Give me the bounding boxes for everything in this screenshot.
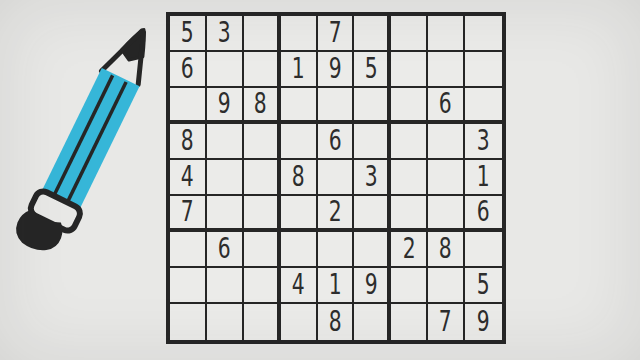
cell-r3c1[interactable] <box>170 88 207 124</box>
cell-r4c1[interactable]: 8 <box>170 124 207 160</box>
cell-r6c5[interactable]: 2 <box>318 196 355 232</box>
cell-r6c3[interactable] <box>244 196 281 232</box>
given-digit: 5 <box>364 54 377 85</box>
cell-r7c5[interactable] <box>318 232 355 268</box>
cell-r5c6[interactable]: 3 <box>354 160 391 196</box>
cell-r7c9[interactable] <box>465 232 502 268</box>
cell-r9c8[interactable]: 7 <box>428 304 465 340</box>
given-digit: 6 <box>477 197 490 228</box>
cell-r9c7[interactable] <box>391 304 428 340</box>
given-digit: 7 <box>181 197 194 228</box>
cell-r3c6[interactable] <box>354 88 391 124</box>
cell-r2c1[interactable]: 6 <box>170 52 207 88</box>
given-digit: 9 <box>477 307 490 338</box>
given-digit: 9 <box>329 54 342 85</box>
given-digit: 4 <box>292 270 305 301</box>
cell-r5c4[interactable]: 8 <box>281 160 318 196</box>
cell-r5c7[interactable] <box>391 160 428 196</box>
cell-r3c7[interactable] <box>391 88 428 124</box>
cell-r1c5[interactable]: 7 <box>318 16 355 52</box>
cell-r9c6[interactable] <box>354 304 391 340</box>
cell-r4c6[interactable] <box>354 124 391 160</box>
cell-r8c8[interactable] <box>428 268 465 304</box>
cell-r5c8[interactable] <box>428 160 465 196</box>
given-digit: 4 <box>181 162 194 193</box>
cell-r1c1[interactable]: 5 <box>170 16 207 52</box>
cell-r5c3[interactable] <box>244 160 281 196</box>
cell-r1c2[interactable]: 3 <box>207 16 244 52</box>
cell-r5c1[interactable]: 4 <box>170 160 207 196</box>
cell-r7c4[interactable] <box>281 232 318 268</box>
pencil-tip-icon <box>119 25 154 65</box>
given-digit: 9 <box>218 89 231 120</box>
cell-r9c3[interactable] <box>244 304 281 340</box>
cell-r5c9[interactable]: 1 <box>465 160 502 196</box>
cell-r3c8[interactable]: 6 <box>428 88 465 124</box>
cell-r4c7[interactable] <box>391 124 428 160</box>
given-digit: 7 <box>329 18 342 49</box>
cell-r2c6[interactable]: 5 <box>354 52 391 88</box>
cell-r9c5[interactable]: 8 <box>318 304 355 340</box>
cell-r9c4[interactable] <box>281 304 318 340</box>
given-digit: 5 <box>181 18 194 49</box>
cell-r5c5[interactable] <box>318 160 355 196</box>
canvas: 537619598686348317266284195879 <box>0 0 640 360</box>
cell-r4c3[interactable] <box>244 124 281 160</box>
cell-r4c8[interactable] <box>428 124 465 160</box>
cell-r1c8[interactable] <box>428 16 465 52</box>
cell-r9c9[interactable]: 9 <box>465 304 502 340</box>
given-digit: 1 <box>329 270 342 301</box>
cell-r1c7[interactable] <box>391 16 428 52</box>
cell-r1c3[interactable] <box>244 16 281 52</box>
given-digit: 9 <box>364 270 377 301</box>
cell-r8c6[interactable]: 9 <box>354 268 391 304</box>
cell-r1c9[interactable] <box>465 16 502 52</box>
given-digit: 8 <box>181 126 194 157</box>
given-digit: 6 <box>439 89 452 120</box>
cell-r8c9[interactable]: 5 <box>465 268 502 304</box>
given-digit: 6 <box>181 54 194 85</box>
cell-r3c2[interactable]: 9 <box>207 88 244 124</box>
cell-r3c5[interactable] <box>318 88 355 124</box>
cell-r6c6[interactable] <box>354 196 391 232</box>
cell-r7c6[interactable] <box>354 232 391 268</box>
cell-r3c9[interactable] <box>465 88 502 124</box>
cell-r6c9[interactable]: 6 <box>465 196 502 232</box>
cell-r7c7[interactable]: 2 <box>391 232 428 268</box>
given-digit: 6 <box>218 234 231 265</box>
cell-r8c2[interactable] <box>207 268 244 304</box>
pencil-icon <box>3 11 176 268</box>
given-digit: 3 <box>218 18 231 49</box>
given-digit: 8 <box>254 89 267 120</box>
cell-r4c5[interactable]: 6 <box>318 124 355 160</box>
given-digit: 1 <box>477 162 490 193</box>
given-digit: 8 <box>329 307 342 338</box>
cell-r2c4[interactable]: 1 <box>281 52 318 88</box>
sudoku-board: 537619598686348317266284195879 <box>166 12 506 344</box>
cell-r4c2[interactable] <box>207 124 244 160</box>
given-digit: 2 <box>402 234 415 265</box>
given-digit: 3 <box>364 162 377 193</box>
cell-r6c8[interactable] <box>428 196 465 232</box>
cell-r7c1[interactable] <box>170 232 207 268</box>
cell-r4c9[interactable]: 3 <box>465 124 502 160</box>
cell-r7c2[interactable]: 6 <box>207 232 244 268</box>
cell-r3c3[interactable]: 8 <box>244 88 281 124</box>
cell-r1c6[interactable] <box>354 16 391 52</box>
cell-r6c7[interactable] <box>391 196 428 232</box>
cell-r2c2[interactable] <box>207 52 244 88</box>
given-digit: 5 <box>477 270 490 301</box>
cell-r3c4[interactable] <box>281 88 318 124</box>
given-digit: 6 <box>329 126 342 157</box>
cell-r2c8[interactable] <box>428 52 465 88</box>
cell-r4c4[interactable] <box>281 124 318 160</box>
given-digit: 8 <box>292 162 305 193</box>
cell-r2c9[interactable] <box>465 52 502 88</box>
cell-r2c5[interactable]: 9 <box>318 52 355 88</box>
cell-r9c2[interactable] <box>207 304 244 340</box>
cell-r1c4[interactable] <box>281 16 318 52</box>
cell-r8c1[interactable] <box>170 268 207 304</box>
cell-r9c1[interactable] <box>170 304 207 340</box>
cell-r7c8[interactable]: 8 <box>428 232 465 268</box>
given-digit: 8 <box>439 234 452 265</box>
given-digit: 3 <box>477 126 490 157</box>
cell-r2c7[interactable] <box>391 52 428 88</box>
given-digit: 1 <box>292 54 305 85</box>
cell-r5c2[interactable] <box>207 160 244 196</box>
given-digit: 2 <box>329 197 342 228</box>
cell-r8c4[interactable]: 4 <box>281 268 318 304</box>
cell-r6c2[interactable] <box>207 196 244 232</box>
cell-r8c5[interactable]: 1 <box>318 268 355 304</box>
given-digit: 7 <box>439 307 452 338</box>
cell-r7c3[interactable] <box>244 232 281 268</box>
cell-r6c4[interactable] <box>281 196 318 232</box>
cell-r6c1[interactable]: 7 <box>170 196 207 232</box>
cell-r8c7[interactable] <box>391 268 428 304</box>
cell-r8c3[interactable] <box>244 268 281 304</box>
cell-r2c3[interactable] <box>244 52 281 88</box>
